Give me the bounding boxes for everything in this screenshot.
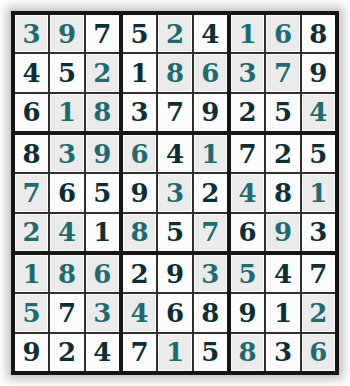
cell-r2c1[interactable]: 4 bbox=[15, 54, 48, 91]
cell-r8c1[interactable]: 5 bbox=[15, 294, 48, 331]
cell-r2c9[interactable]: 9 bbox=[302, 54, 335, 91]
cell-r9c1[interactable]: 9 bbox=[15, 334, 48, 371]
cell-r8c9[interactable]: 2 bbox=[302, 294, 335, 331]
cell-r6c6[interactable]: 7 bbox=[194, 214, 227, 251]
box-3: 168379254 bbox=[231, 15, 335, 131]
cell-r5c3[interactable]: 5 bbox=[86, 174, 119, 211]
cell-r7c9[interactable]: 7 bbox=[302, 255, 335, 292]
cell-r2c3[interactable]: 2 bbox=[86, 54, 119, 91]
cell-r1c7[interactable]: 1 bbox=[231, 15, 264, 52]
cell-r9c2[interactable]: 2 bbox=[50, 334, 83, 371]
cell-r9c6[interactable]: 5 bbox=[194, 334, 227, 371]
cell-r3c5[interactable]: 7 bbox=[158, 94, 191, 131]
cell-r8c8[interactable]: 1 bbox=[266, 294, 299, 331]
cell-r9c7[interactable]: 8 bbox=[231, 334, 264, 371]
cell-r4c1[interactable]: 8 bbox=[15, 135, 48, 172]
cell-r5c4[interactable]: 9 bbox=[123, 174, 156, 211]
box-1: 397452618 bbox=[15, 15, 119, 131]
cell-r5c9[interactable]: 1 bbox=[302, 174, 335, 211]
cell-r2c6[interactable]: 6 bbox=[194, 54, 227, 91]
sudoku-board: 3974526185241863791683792548397652416419… bbox=[11, 11, 339, 375]
cell-r4c4[interactable]: 6 bbox=[123, 135, 156, 172]
cell-r2c4[interactable]: 1 bbox=[123, 54, 156, 91]
cell-r4c3[interactable]: 9 bbox=[86, 135, 119, 172]
cell-r2c2[interactable]: 5 bbox=[50, 54, 83, 91]
cell-r1c9[interactable]: 8 bbox=[302, 15, 335, 52]
cell-r1c3[interactable]: 7 bbox=[86, 15, 119, 52]
box-4: 839765241 bbox=[15, 135, 119, 251]
cell-r3c4[interactable]: 3 bbox=[123, 94, 156, 131]
cell-r8c3[interactable]: 3 bbox=[86, 294, 119, 331]
box-7: 186573924 bbox=[15, 255, 119, 371]
cell-r8c2[interactable]: 7 bbox=[50, 294, 83, 331]
cell-r8c7[interactable]: 9 bbox=[231, 294, 264, 331]
cell-r4c2[interactable]: 3 bbox=[50, 135, 83, 172]
cell-r7c8[interactable]: 4 bbox=[266, 255, 299, 292]
cell-r6c4[interactable]: 8 bbox=[123, 214, 156, 251]
cell-r2c7[interactable]: 3 bbox=[231, 54, 264, 91]
cell-r4c6[interactable]: 1 bbox=[194, 135, 227, 172]
cell-r1c4[interactable]: 5 bbox=[123, 15, 156, 52]
cell-r3c6[interactable]: 9 bbox=[194, 94, 227, 131]
cell-r1c5[interactable]: 2 bbox=[158, 15, 191, 52]
cell-r5c7[interactable]: 4 bbox=[231, 174, 264, 211]
cell-r3c8[interactable]: 5 bbox=[266, 94, 299, 131]
cell-r8c4[interactable]: 4 bbox=[123, 294, 156, 331]
cell-r4c5[interactable]: 4 bbox=[158, 135, 191, 172]
cell-r2c5[interactable]: 8 bbox=[158, 54, 191, 91]
cell-r6c7[interactable]: 6 bbox=[231, 214, 264, 251]
box-6: 725481693 bbox=[231, 135, 335, 251]
cell-r4c8[interactable]: 2 bbox=[266, 135, 299, 172]
cell-r5c1[interactable]: 7 bbox=[15, 174, 48, 211]
cell-r8c5[interactable]: 6 bbox=[158, 294, 191, 331]
cell-r9c5[interactable]: 1 bbox=[158, 334, 191, 371]
cell-r6c1[interactable]: 2 bbox=[15, 214, 48, 251]
cell-r3c3[interactable]: 8 bbox=[86, 94, 119, 131]
cell-r8c6[interactable]: 8 bbox=[194, 294, 227, 331]
cell-r7c4[interactable]: 2 bbox=[123, 255, 156, 292]
cell-r5c6[interactable]: 2 bbox=[194, 174, 227, 211]
cell-r9c9[interactable]: 6 bbox=[302, 334, 335, 371]
cell-r9c8[interactable]: 3 bbox=[266, 334, 299, 371]
cell-r7c6[interactable]: 3 bbox=[194, 255, 227, 292]
cell-r9c4[interactable]: 7 bbox=[123, 334, 156, 371]
box-9: 547912836 bbox=[231, 255, 335, 371]
cell-r3c7[interactable]: 2 bbox=[231, 94, 264, 131]
cell-r6c8[interactable]: 9 bbox=[266, 214, 299, 251]
cell-r7c3[interactable]: 6 bbox=[86, 255, 119, 292]
cell-r4c9[interactable]: 5 bbox=[302, 135, 335, 172]
cell-r1c1[interactable]: 3 bbox=[15, 15, 48, 52]
sudoku-app: 3974526185241863791683792548397652416419… bbox=[0, 0, 350, 386]
cell-r5c5[interactable]: 3 bbox=[158, 174, 191, 211]
cell-r3c2[interactable]: 1 bbox=[50, 94, 83, 131]
box-8: 293468715 bbox=[123, 255, 227, 371]
cell-r9c3[interactable]: 4 bbox=[86, 334, 119, 371]
cell-r3c9[interactable]: 4 bbox=[302, 94, 335, 131]
cell-r1c6[interactable]: 4 bbox=[194, 15, 227, 52]
cell-r5c8[interactable]: 8 bbox=[266, 174, 299, 211]
cell-r2c8[interactable]: 7 bbox=[266, 54, 299, 91]
cell-r5c2[interactable]: 6 bbox=[50, 174, 83, 211]
cell-r3c1[interactable]: 6 bbox=[15, 94, 48, 131]
cell-r6c5[interactable]: 5 bbox=[158, 214, 191, 251]
cell-r6c9[interactable]: 3 bbox=[302, 214, 335, 251]
box-2: 524186379 bbox=[123, 15, 227, 131]
cell-r4c7[interactable]: 7 bbox=[231, 135, 264, 172]
cell-r7c2[interactable]: 8 bbox=[50, 255, 83, 292]
cell-r6c3[interactable]: 1 bbox=[86, 214, 119, 251]
cell-r6c2[interactable]: 4 bbox=[50, 214, 83, 251]
cell-r7c1[interactable]: 1 bbox=[15, 255, 48, 292]
box-5: 641932857 bbox=[123, 135, 227, 251]
cell-r7c5[interactable]: 9 bbox=[158, 255, 191, 292]
cell-r1c8[interactable]: 6 bbox=[266, 15, 299, 52]
cell-r1c2[interactable]: 9 bbox=[50, 15, 83, 52]
cell-r7c7[interactable]: 5 bbox=[231, 255, 264, 292]
